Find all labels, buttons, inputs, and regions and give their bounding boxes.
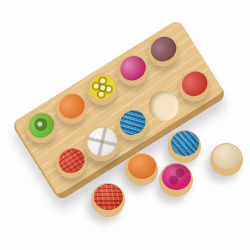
red-smooth-face: [177, 67, 212, 101]
game-board: [11, 19, 228, 202]
loose-beige-face: [213, 144, 241, 169]
loose-piece-beige-plain[interactable]: [210, 143, 243, 176]
board-piece-red-smooth[interactable]: [173, 65, 216, 108]
loose-piece-magenta-dots[interactable]: [159, 163, 193, 197]
loose-piece-red-zigzag[interactable]: [91, 183, 125, 217]
blue-waves-face: [115, 106, 150, 140]
maroon-smooth-face: [146, 32, 181, 66]
loose-piece-blue-waves[interactable]: [168, 130, 201, 163]
orange-smooth-face: [55, 89, 90, 123]
loose-red-zigzag-face: [94, 184, 123, 210]
loose-piece-orange-smooth[interactable]: [125, 153, 158, 186]
loose-orange-face: [128, 154, 156, 179]
board-piece-maroon-smooth[interactable]: [142, 30, 185, 73]
magenta-dome-face: [116, 51, 151, 85]
product-photo-scene: [0, 0, 250, 250]
yellow-dots-face: [85, 70, 120, 104]
loose-blue-waves-face: [171, 131, 199, 156]
loose-magenta-dots-face: [162, 164, 191, 190]
green-bump-face: [24, 108, 59, 142]
empty-slot-recess[interactable]: [143, 85, 184, 126]
